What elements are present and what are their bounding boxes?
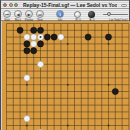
board-grid	[2, 21, 130, 130]
star-point	[26, 84, 28, 86]
toolbar-pill-button[interactable]	[121, 4, 127, 8]
play-icon: ▶	[26, 11, 32, 18]
white-stone-icon	[74, 11, 81, 18]
black-stone-icon	[88, 11, 95, 18]
star-point	[108, 125, 110, 127]
zoom-button[interactable]	[14, 3, 18, 7]
back-button[interactable]: ◀	[14, 10, 22, 18]
star-point	[108, 84, 110, 86]
info-icon: i	[57, 11, 63, 18]
minimize-button[interactable]	[9, 3, 13, 7]
star-point	[108, 43, 110, 45]
white-stone-F3	[37, 129, 43, 130]
white-stone-E16	[31, 41, 37, 47]
star-point	[67, 125, 69, 127]
forward-icon: ⏭	[37, 11, 43, 18]
window-title: Replay-15-Final.sgf — Lee Sedol vs Yoo C…	[23, 2, 117, 9]
black-stone-G17	[44, 34, 50, 40]
last-move-marker	[40, 36, 42, 38]
black-stone-N17	[85, 34, 91, 40]
app-window: Replay-15-Final.sgf — Lee Sedol vs Yoo C…	[0, 0, 130, 130]
black-stone-E15	[31, 48, 37, 54]
back-icon: ◀	[15, 11, 21, 18]
black-stone-H17	[51, 34, 57, 40]
star-point	[67, 43, 69, 45]
white-stone-D5	[24, 116, 30, 122]
rewind-icon: ⏮	[4, 11, 10, 18]
black-stone-F16	[37, 41, 43, 47]
white-stone-F13	[37, 61, 43, 67]
replay-button[interactable]: ▶	[25, 10, 33, 18]
title-bar[interactable]: Replay-15-Final.sgf — Lee Sedol vs Yoo C…	[1, 0, 129, 9]
go-board[interactable]	[2, 21, 130, 130]
black-stone-F18	[37, 27, 43, 33]
black-stone-Q17	[105, 34, 111, 40]
first-move-button[interactable]: ⏮	[3, 10, 11, 18]
black-stone-D16	[24, 41, 30, 47]
move-slider-thumb[interactable]	[107, 12, 111, 16]
black-stone-D15	[24, 48, 30, 54]
black-stone-C18	[17, 27, 23, 33]
star-point	[26, 125, 28, 127]
next-move-button[interactable]: ⏭	[36, 10, 44, 18]
move-slider[interactable]	[103, 14, 128, 16]
black-stone-R9	[112, 88, 118, 94]
black-stone-E18	[31, 27, 37, 33]
close-button[interactable]	[3, 3, 7, 7]
star-point	[67, 84, 69, 86]
white-stone-J17	[58, 34, 64, 40]
toolbar: ⏮ Start ◀ Back ▶ Replay ⏭ Next i Info W:…	[1, 9, 129, 21]
info-button[interactable]: i	[56, 10, 64, 18]
white-stone-E17	[31, 34, 37, 40]
white-stone-D17	[24, 34, 30, 40]
white-stone-D11	[24, 75, 30, 81]
